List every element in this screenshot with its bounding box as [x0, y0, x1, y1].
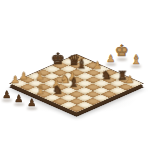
- black-pawn-off-board[interactable]: ♟: [24, 98, 40, 108]
- black-captured-pieces: ♟♟♟: [0, 0, 150, 150]
- chess-set-photo: ♟♚♝ ♟♜♟♛♝♞♚♟♞♝♟♟♟♞♟♝ ♟♟♟: [0, 0, 150, 150]
